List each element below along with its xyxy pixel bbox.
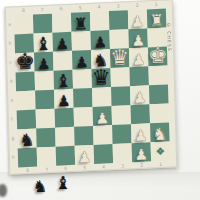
board-brand-text: © CHESS [166,22,172,52]
coordinate-label: a [8,23,11,28]
board-square [149,85,169,105]
board-square [74,107,94,127]
board-square [110,67,130,87]
coordinate-label: c [9,61,12,66]
coordinate-label: f [11,118,13,123]
coordinate-label: 5 [79,6,82,11]
coordinate-label: g [11,137,14,142]
coordinate-label: 4 [98,5,101,10]
board-square [91,49,111,69]
board-square [36,109,56,129]
board-square [74,126,94,146]
board-square [132,142,152,162]
board-grid [14,9,170,168]
board-square [73,88,93,108]
board-square [112,105,132,125]
coordinate-label: 8 [26,168,29,173]
board-square [54,89,74,109]
board-square [52,13,72,33]
board-square [93,106,113,126]
coordinate-label: 8 [22,8,25,13]
coordinate-label: h [12,156,15,161]
board-square [37,147,57,167]
board-square [71,12,91,32]
board-square [148,47,168,67]
coordinate-label: 6 [60,7,63,12]
board-square [93,125,113,145]
board-logo: ❖ [151,141,171,161]
coordinate-label: b [9,42,12,47]
board-square [92,87,112,107]
coordinate-label: 3 [121,164,124,169]
coordinate-label: 2 [140,163,143,168]
board-square [131,123,151,143]
cropped-captured-piece [0,184,7,197]
board-square [35,71,55,91]
board-square [75,145,95,165]
board-square [110,48,130,68]
board-square [53,51,73,71]
board-square [149,104,169,124]
board-coordinates: 8765432187654321abcdefgh [6,0,172,8]
board-square [73,69,93,89]
board-square [109,10,129,30]
chessboard-photo: © CHESS 8765432187654321abcdefgh ♚♞♝♟♟♝♟… [0,0,200,200]
board-square [112,124,132,144]
coordinate-label: 1 [159,162,162,167]
board-square [109,29,129,49]
board-square [147,28,167,48]
board-square [14,15,34,35]
board-square [131,104,151,124]
coordinate-label: 7 [41,8,44,13]
board-square [71,31,91,51]
board-square [55,108,75,128]
board-square [91,68,111,88]
board-square [148,66,168,86]
board-square [90,30,110,50]
chess-board: © CHESS 8765432187654321abcdefgh ♚♞♝♟♟♝♟… [5,0,178,175]
coordinate-label: 6 [64,167,67,172]
table-surface [0,172,200,200]
board-square [56,146,76,166]
coordinate-label: 1 [155,2,158,7]
board-square [15,34,35,54]
board-square [16,72,36,92]
board-square [33,33,53,53]
board-square [33,14,53,34]
board-square [128,28,148,48]
board-square [90,11,110,31]
board-square [52,32,72,52]
coordinate-label: 7 [45,168,48,173]
coordinate-label: d [10,80,13,85]
board-square [94,144,114,164]
coordinate-label: e [10,99,13,104]
board-square [113,143,133,163]
board-square [16,91,36,111]
board-square [36,128,56,148]
coordinate-label: 5 [83,166,86,171]
board-square [54,70,74,90]
board-square [147,9,167,29]
board-square [55,127,75,147]
captured-black-bishop: ♝ [55,174,71,192]
coordinate-label: 3 [117,4,120,9]
board-square [111,86,131,106]
board-square [15,53,35,73]
coordinate-label: 2 [136,3,139,8]
board-square [17,129,37,149]
board-square [35,90,55,110]
board-square [150,122,170,142]
board-square [129,47,149,67]
board-square [128,9,148,29]
board-pieces: ♚♞♝♟♟♝♟♜♟♟♞♛♛♟♟♟♟♟♟♟♟♜♚♞ [6,0,172,8]
board-square [72,50,92,70]
captured-black-knight: ♞ [33,179,47,195]
board-square [34,52,54,72]
board-square [17,110,37,130]
board-square [18,148,38,168]
coordinate-label: 4 [102,165,105,170]
board-square [129,66,149,86]
board-square [130,85,150,105]
